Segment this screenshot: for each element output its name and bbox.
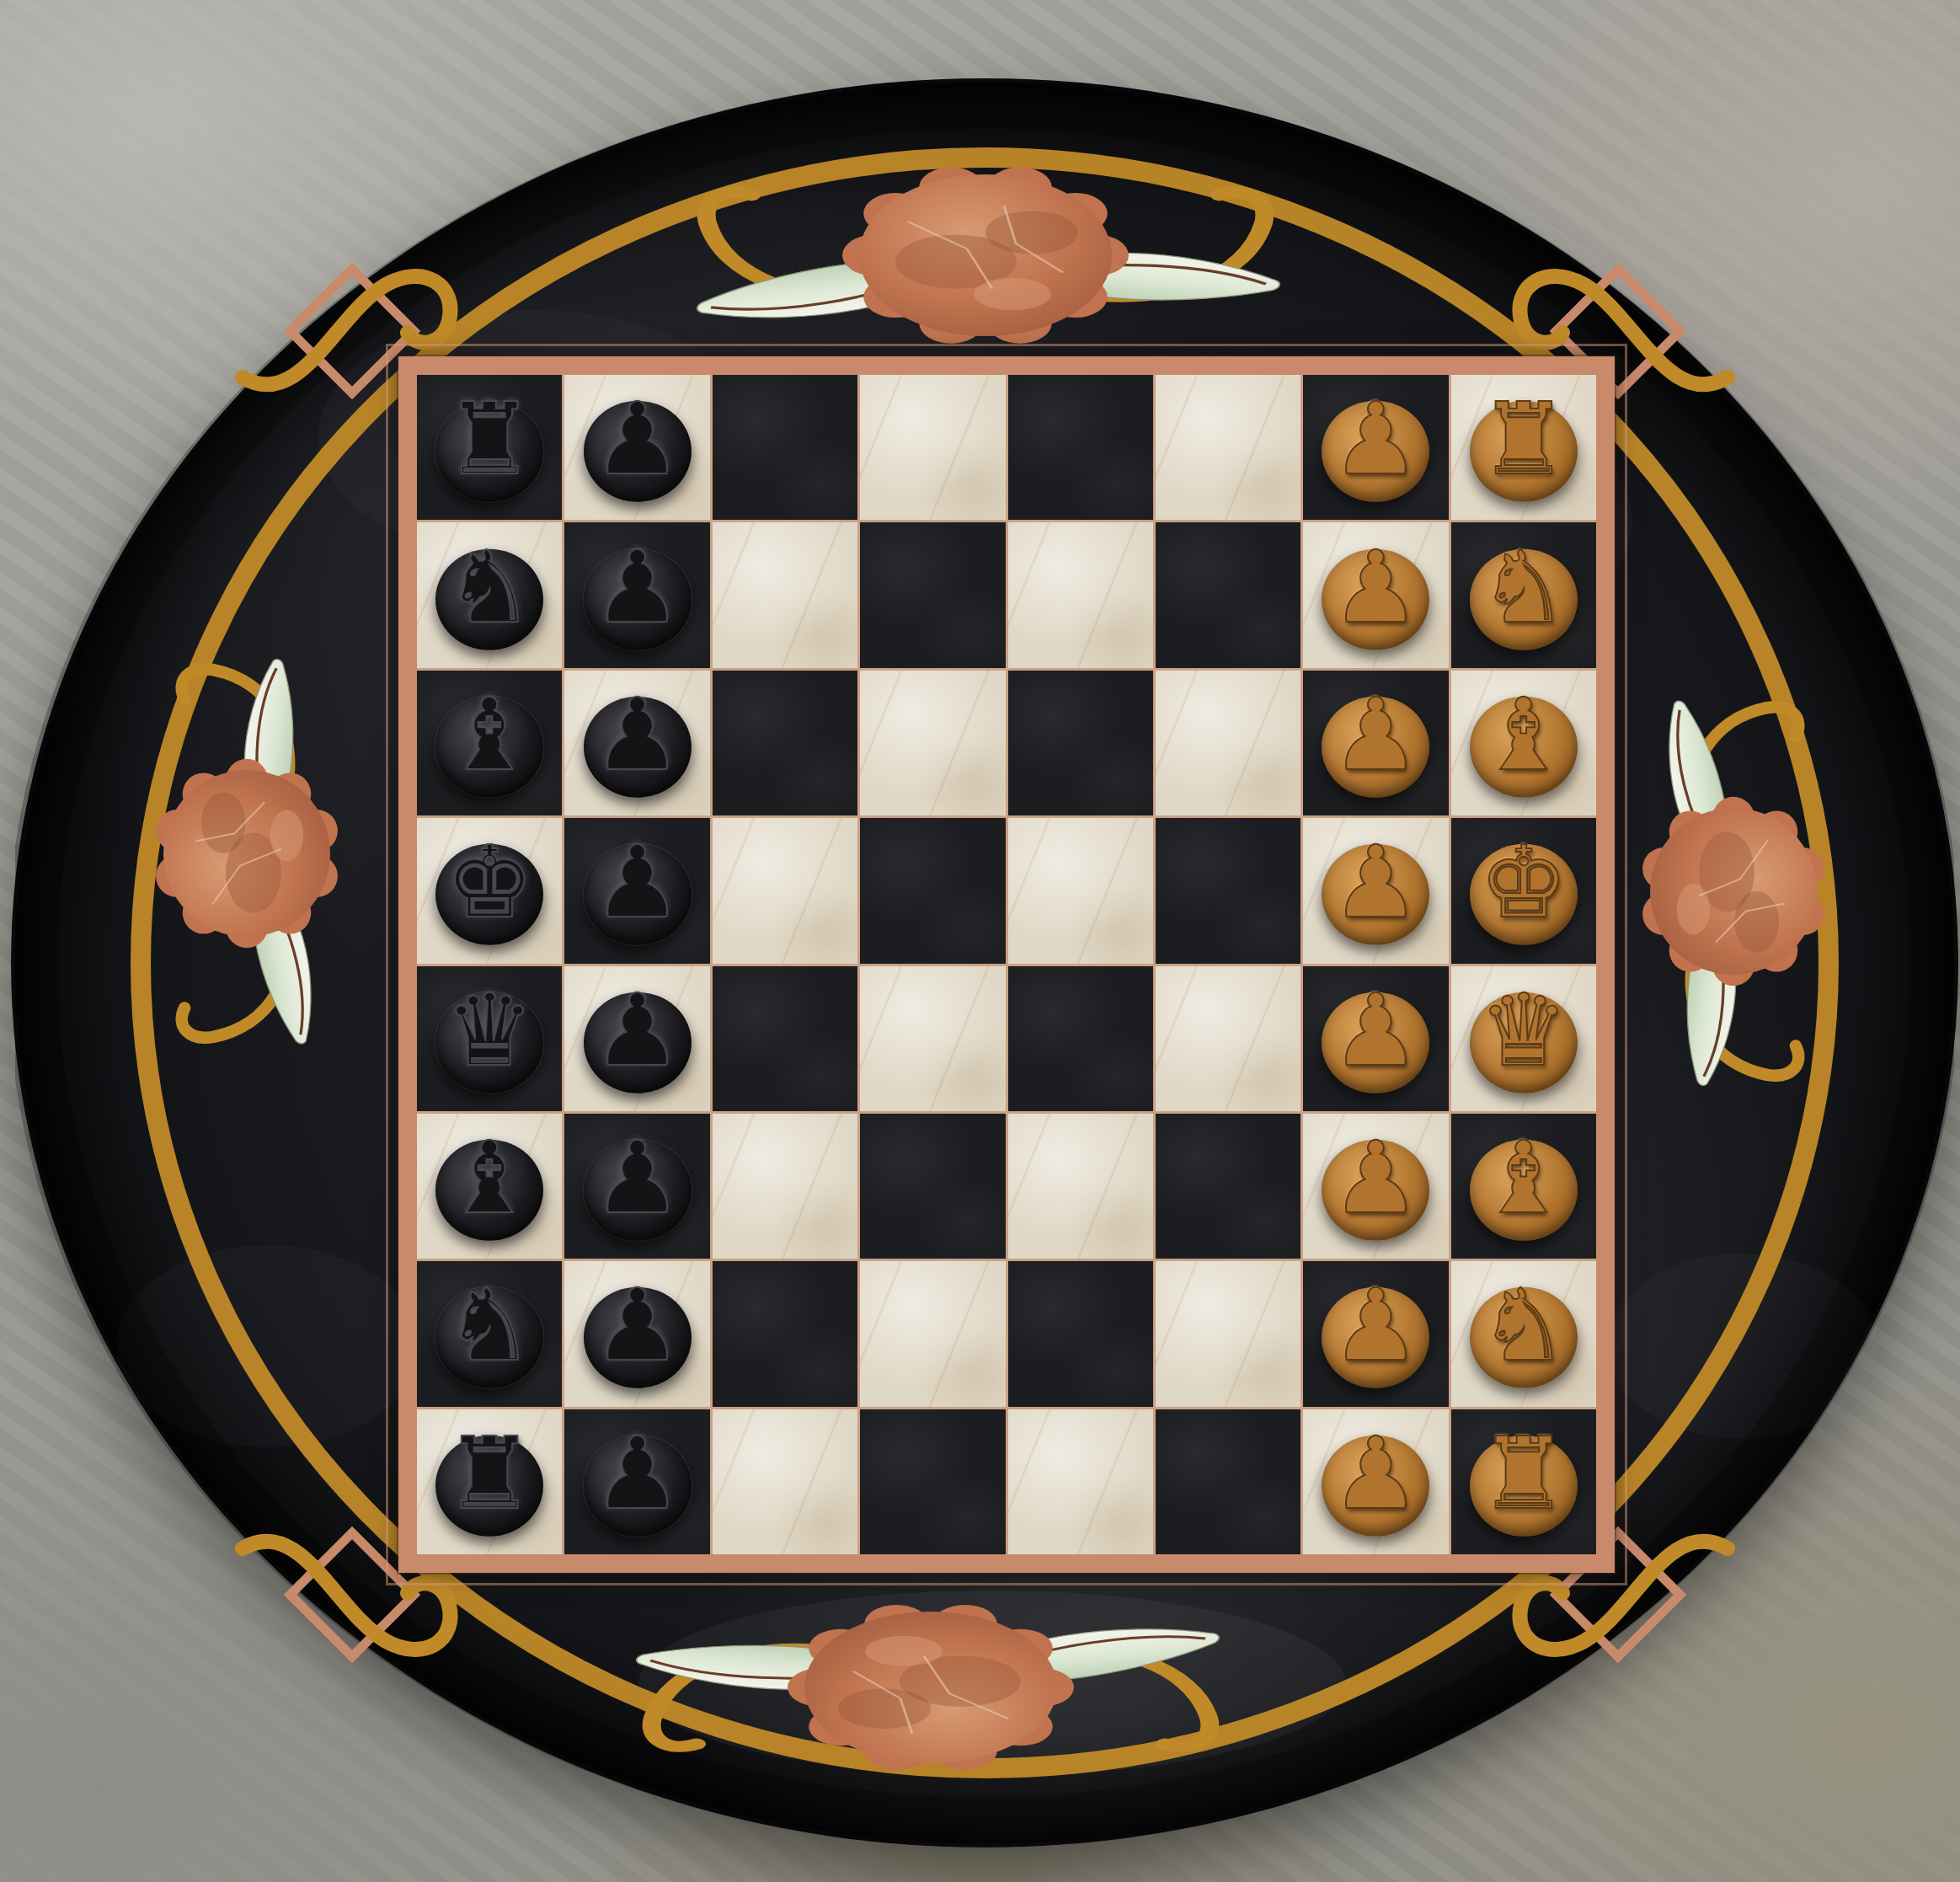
square-a7[interactable]: ♟: [564, 1409, 709, 1554]
square-f4[interactable]: [1008, 671, 1153, 815]
square-h1[interactable]: ♜: [1451, 375, 1596, 520]
piece-black-pawn[interactable]: ♟: [593, 1128, 682, 1227]
square-h4[interactable]: [1008, 375, 1153, 520]
piece-white-rook[interactable]: ♜: [1479, 1424, 1568, 1523]
square-g4[interactable]: [1008, 522, 1153, 667]
square-b4[interactable]: [1008, 1261, 1153, 1406]
square-e7[interactable]: ♟: [564, 818, 709, 963]
piece-black-pawn[interactable]: ♟: [593, 537, 682, 637]
square-a3[interactable]: [1156, 1409, 1300, 1554]
square-e8[interactable]: ♚: [417, 818, 562, 963]
piece-black-pawn[interactable]: ♟: [593, 389, 682, 489]
square-b2[interactable]: ♟: [1303, 1261, 1448, 1406]
square-c1[interactable]: ♝: [1451, 1114, 1596, 1259]
square-e5[interactable]: [860, 818, 1005, 963]
chess-board: ♜♟♟♜♞♟♟♞♝♟♟♝♚♟♟♚♛♟♟♛♝♟♟♝♞♟♟♞♜♟♟♜: [417, 375, 1596, 1554]
square-c3[interactable]: [1156, 1114, 1300, 1259]
piece-white-knight[interactable]: ♞: [1479, 537, 1568, 637]
square-h6[interactable]: [713, 375, 857, 520]
square-e6[interactable]: [713, 818, 857, 963]
square-g7[interactable]: ♟: [564, 522, 709, 667]
square-h2[interactable]: ♟: [1303, 375, 1448, 520]
square-b6[interactable]: [713, 1261, 857, 1406]
piece-white-king[interactable]: ♚: [1479, 832, 1568, 932]
square-f6[interactable]: [713, 671, 857, 815]
piece-black-pawn[interactable]: ♟: [593, 1275, 682, 1375]
square-f3[interactable]: [1156, 671, 1300, 815]
square-a4[interactable]: [1008, 1409, 1153, 1554]
square-d2[interactable]: ♟: [1303, 966, 1448, 1111]
square-c6[interactable]: [713, 1114, 857, 1259]
square-g5[interactable]: [860, 522, 1005, 667]
square-b5[interactable]: [860, 1261, 1005, 1406]
piece-white-queen[interactable]: ♛: [1479, 981, 1568, 1080]
square-a2[interactable]: ♟: [1303, 1409, 1448, 1554]
square-a5[interactable]: [860, 1409, 1005, 1554]
piece-black-pawn[interactable]: ♟: [593, 685, 682, 784]
piece-white-pawn[interactable]: ♟: [1332, 685, 1421, 784]
square-d7[interactable]: ♟: [564, 966, 709, 1111]
square-c5[interactable]: [860, 1114, 1005, 1259]
square-a8[interactable]: ♜: [417, 1409, 562, 1554]
piece-white-pawn[interactable]: ♟: [1332, 981, 1421, 1080]
piece-white-pawn[interactable]: ♟: [1332, 389, 1421, 489]
piece-black-king[interactable]: ♚: [445, 832, 534, 932]
square-c4[interactable]: [1008, 1114, 1153, 1259]
square-g1[interactable]: ♞: [1451, 522, 1596, 667]
square-b8[interactable]: ♞: [417, 1261, 562, 1406]
square-d1[interactable]: ♛: [1451, 966, 1596, 1111]
square-g6[interactable]: [713, 522, 857, 667]
square-h7[interactable]: ♟: [564, 375, 709, 520]
piece-black-bishop[interactable]: ♝: [445, 1128, 534, 1227]
marble-table-top: ♜♟♟♜♞♟♟♞♝♟♟♝♚♟♟♚♛♟♟♛♝♟♟♝♞♟♟♞♜♟♟♜: [11, 78, 1958, 1847]
square-c7[interactable]: ♟: [564, 1114, 709, 1259]
square-g3[interactable]: [1156, 522, 1300, 667]
piece-white-bishop[interactable]: ♝: [1479, 685, 1568, 784]
piece-white-pawn[interactable]: ♟: [1332, 1128, 1421, 1227]
piece-black-pawn[interactable]: ♟: [593, 1424, 682, 1523]
square-d5[interactable]: [860, 966, 1005, 1111]
piece-black-pawn[interactable]: ♟: [593, 981, 682, 1080]
square-h5[interactable]: [860, 375, 1005, 520]
square-f8[interactable]: ♝: [417, 671, 562, 815]
square-f2[interactable]: ♟: [1303, 671, 1448, 815]
piece-white-pawn[interactable]: ♟: [1332, 537, 1421, 637]
square-b3[interactable]: [1156, 1261, 1300, 1406]
piece-black-knight[interactable]: ♞: [445, 1275, 534, 1375]
square-d6[interactable]: [713, 966, 857, 1111]
piece-black-pawn[interactable]: ♟: [593, 832, 682, 932]
piece-black-rook[interactable]: ♜: [445, 1424, 534, 1523]
square-c2[interactable]: ♟: [1303, 1114, 1448, 1259]
flower-north: [690, 167, 1284, 343]
scene: ♜♟♟♜♞♟♟♞♝♟♟♝♚♟♟♚♛♟♟♛♝♟♟♝♞♟♟♞♜♟♟♜: [0, 0, 1960, 1882]
piece-white-bishop[interactable]: ♝: [1479, 1128, 1568, 1227]
square-e3[interactable]: [1156, 818, 1300, 963]
square-e2[interactable]: ♟: [1303, 818, 1448, 963]
square-g8[interactable]: ♞: [417, 522, 562, 667]
square-f7[interactable]: ♟: [564, 671, 709, 815]
piece-white-pawn[interactable]: ♟: [1332, 1275, 1421, 1375]
square-a1[interactable]: ♜: [1451, 1409, 1596, 1554]
piece-black-knight[interactable]: ♞: [445, 537, 534, 637]
square-g2[interactable]: ♟: [1303, 522, 1448, 667]
piece-white-pawn[interactable]: ♟: [1332, 832, 1421, 932]
square-h3[interactable]: [1156, 375, 1300, 520]
square-d8[interactable]: ♛: [417, 966, 562, 1111]
square-a6[interactable]: [713, 1409, 857, 1554]
board-frame: ♜♟♟♜♞♟♟♞♝♟♟♝♚♟♟♚♛♟♟♛♝♟♟♝♞♟♟♞♜♟♟♜: [398, 356, 1615, 1573]
piece-black-rook[interactable]: ♜: [445, 389, 534, 489]
piece-white-rook[interactable]: ♜: [1479, 389, 1568, 489]
square-d4[interactable]: [1008, 966, 1153, 1111]
piece-white-knight[interactable]: ♞: [1479, 1275, 1568, 1375]
square-f5[interactable]: [860, 671, 1005, 815]
square-e1[interactable]: ♚: [1451, 818, 1596, 963]
square-e4[interactable]: [1008, 818, 1153, 963]
square-d3[interactable]: [1156, 966, 1300, 1111]
square-f1[interactable]: ♝: [1451, 671, 1596, 815]
square-h8[interactable]: ♜: [417, 375, 562, 520]
piece-black-bishop[interactable]: ♝: [445, 685, 534, 784]
square-c8[interactable]: ♝: [417, 1114, 562, 1259]
piece-black-queen[interactable]: ♛: [445, 981, 534, 1080]
square-b1[interactable]: ♞: [1451, 1261, 1596, 1406]
piece-white-pawn[interactable]: ♟: [1332, 1424, 1421, 1523]
square-b7[interactable]: ♟: [564, 1261, 709, 1406]
